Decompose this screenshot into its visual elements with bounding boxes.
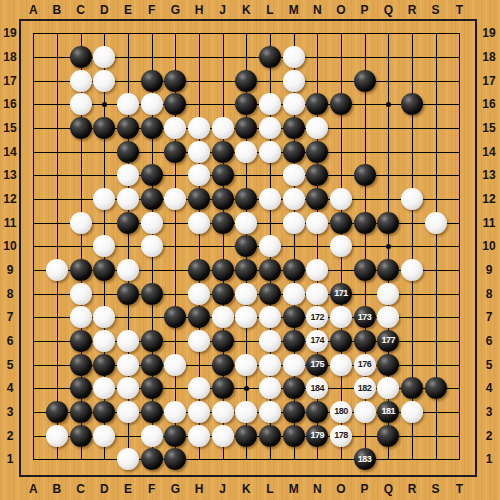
coord-label-right-10: 10	[482, 240, 495, 252]
coord-label-bottom-G: G	[171, 483, 180, 495]
black-stone-O6	[330, 330, 352, 352]
coord-label-top-G: G	[171, 4, 180, 16]
black-stone-H9	[188, 259, 210, 281]
coord-label-bottom-K: K	[242, 483, 251, 495]
white-stone-O5	[330, 354, 352, 376]
white-stone-Q8	[377, 283, 399, 305]
white-stone-M18	[283, 46, 305, 68]
black-stone-F17	[141, 70, 163, 92]
coord-label-bottom-E: E	[124, 483, 132, 495]
black-stone-J12	[212, 188, 234, 210]
move-number-181: 181	[382, 407, 396, 416]
white-stone-M5	[283, 354, 305, 376]
black-stone-N14	[306, 141, 328, 163]
black-stone-J14	[212, 141, 234, 163]
coord-label-right-12: 12	[482, 193, 495, 205]
black-stone-J4	[212, 377, 234, 399]
white-stone-F11	[141, 212, 163, 234]
black-stone-J5	[212, 354, 234, 376]
white-stone-F10	[141, 235, 163, 257]
black-stone-O8: 171	[330, 283, 352, 305]
white-stone-P5: 176	[354, 354, 376, 376]
white-stone-N11	[306, 212, 328, 234]
white-stone-S11	[425, 212, 447, 234]
white-stone-J3	[212, 401, 234, 423]
white-stone-C8	[70, 283, 92, 305]
black-stone-E11	[117, 212, 139, 234]
grid-line-h	[33, 459, 460, 460]
coord-label-top-B: B	[53, 4, 62, 16]
coord-label-right-15: 15	[482, 122, 495, 134]
coord-label-bottom-O: O	[336, 483, 345, 495]
white-stone-L6	[259, 330, 281, 352]
move-number-172: 172	[311, 313, 325, 322]
coord-label-right-17: 17	[482, 75, 495, 87]
black-stone-F5	[141, 354, 163, 376]
coord-label-left-13: 13	[3, 169, 16, 181]
white-stone-L15	[259, 117, 281, 139]
black-stone-P1: 183	[354, 448, 376, 470]
grid-line-v	[459, 33, 460, 460]
coord-label-bottom-H: H	[195, 483, 204, 495]
coord-label-top-L: L	[266, 4, 273, 16]
white-stone-F2	[141, 425, 163, 447]
black-stone-P9	[354, 259, 376, 281]
white-stone-E9	[117, 259, 139, 281]
white-stone-F16	[141, 93, 163, 115]
black-stone-P7: 173	[354, 306, 376, 328]
coord-label-right-3: 3	[486, 406, 493, 418]
move-number-175: 175	[311, 360, 325, 369]
coord-label-top-M: M	[289, 4, 299, 16]
white-stone-C17	[70, 70, 92, 92]
black-stone-C6	[70, 330, 92, 352]
white-stone-M17	[283, 70, 305, 92]
coord-label-top-J: J	[219, 4, 226, 16]
black-stone-N2: 179	[306, 425, 328, 447]
coord-label-bottom-Q: Q	[384, 483, 393, 495]
coord-label-right-1: 1	[486, 453, 493, 465]
coord-label-right-16: 16	[482, 98, 495, 110]
white-stone-H15	[188, 117, 210, 139]
move-number-176: 176	[358, 360, 372, 369]
black-stone-Q2	[377, 425, 399, 447]
coord-label-left-2: 2	[7, 430, 14, 442]
black-stone-G14	[164, 141, 186, 163]
coord-label-top-A: A	[29, 4, 38, 16]
coord-label-bottom-C: C	[76, 483, 85, 495]
black-stone-F1	[141, 448, 163, 470]
coord-label-right-13: 13	[482, 169, 495, 181]
black-stone-E14	[117, 141, 139, 163]
black-stone-M15	[283, 117, 305, 139]
coord-label-top-C: C	[76, 4, 85, 16]
coord-label-top-E: E	[124, 4, 132, 16]
white-stone-E5	[117, 354, 139, 376]
white-stone-H3	[188, 401, 210, 423]
black-stone-E8	[117, 283, 139, 305]
coord-label-left-19: 19	[3, 27, 16, 39]
black-stone-Q11	[377, 212, 399, 234]
black-stone-F3	[141, 401, 163, 423]
black-stone-G17	[164, 70, 186, 92]
white-stone-N8	[306, 283, 328, 305]
white-stone-R3	[401, 401, 423, 423]
black-stone-L18	[259, 46, 281, 68]
coord-label-bottom-T: T	[456, 483, 463, 495]
coord-label-top-F: F	[148, 4, 155, 16]
move-number-183: 183	[358, 455, 372, 464]
black-stone-G2	[164, 425, 186, 447]
black-stone-M7	[283, 306, 305, 328]
black-stone-P17	[354, 70, 376, 92]
coord-label-top-Q: Q	[384, 4, 393, 16]
black-stone-C5	[70, 354, 92, 376]
coord-label-top-P: P	[361, 4, 369, 16]
white-stone-D17	[93, 70, 115, 92]
white-stone-L12	[259, 188, 281, 210]
move-number-180: 180	[334, 407, 348, 416]
black-stone-C4	[70, 377, 92, 399]
move-number-184: 184	[311, 384, 325, 393]
black-stone-K17	[235, 70, 257, 92]
white-stone-J2	[212, 425, 234, 447]
black-stone-C3	[70, 401, 92, 423]
coord-label-left-11: 11	[4, 217, 17, 229]
white-stone-H8	[188, 283, 210, 305]
move-number-182: 182	[358, 384, 372, 393]
black-stone-P11	[354, 212, 376, 234]
black-stone-J9	[212, 259, 234, 281]
white-stone-M16	[283, 93, 305, 115]
black-stone-N5: 175	[306, 354, 328, 376]
coord-label-bottom-M: M	[289, 483, 299, 495]
coord-label-left-5: 5	[7, 359, 14, 371]
coord-label-right-7: 7	[486, 311, 493, 323]
black-stone-L9	[259, 259, 281, 281]
coord-label-top-N: N	[313, 4, 322, 16]
black-stone-F4	[141, 377, 163, 399]
white-stone-M12	[283, 188, 305, 210]
white-stone-O2: 178	[330, 425, 352, 447]
black-stone-L8	[259, 283, 281, 305]
white-stone-H14	[188, 141, 210, 163]
black-stone-F13	[141, 164, 163, 186]
black-stone-J13	[212, 164, 234, 186]
coord-label-left-6: 6	[7, 335, 14, 347]
black-stone-M2	[283, 425, 305, 447]
black-stone-F6	[141, 330, 163, 352]
coord-label-right-6: 6	[486, 335, 493, 347]
move-number-179: 179	[311, 431, 325, 440]
white-stone-H6	[188, 330, 210, 352]
white-stone-R12	[401, 188, 423, 210]
white-stone-C7	[70, 306, 92, 328]
black-stone-P6	[354, 330, 376, 352]
white-stone-K8	[235, 283, 257, 305]
black-stone-M14	[283, 141, 305, 163]
black-stone-M3	[283, 401, 305, 423]
coord-label-left-17: 17	[3, 75, 16, 87]
black-stone-Q5	[377, 354, 399, 376]
white-stone-J15	[212, 117, 234, 139]
move-number-173: 173	[358, 313, 372, 322]
coord-label-bottom-S: S	[432, 483, 440, 495]
coord-label-bottom-F: F	[148, 483, 155, 495]
black-stone-M6	[283, 330, 305, 352]
black-stone-M9	[283, 259, 305, 281]
coord-label-left-7: 7	[7, 311, 14, 323]
coord-label-bottom-J: J	[219, 483, 226, 495]
coord-label-right-18: 18	[482, 51, 495, 63]
move-number-177: 177	[382, 336, 396, 345]
coord-label-top-R: R	[408, 4, 417, 16]
coord-label-left-10: 10	[3, 240, 16, 252]
white-stone-M11	[283, 212, 305, 234]
coord-label-top-K: K	[242, 4, 251, 16]
black-stone-F8	[141, 283, 163, 305]
white-stone-K5	[235, 354, 257, 376]
coord-label-left-12: 12	[3, 193, 16, 205]
white-stone-M8	[283, 283, 305, 305]
black-stone-F12	[141, 188, 163, 210]
white-stone-P3	[354, 401, 376, 423]
coord-label-left-1: 1	[7, 453, 14, 465]
white-stone-O12	[330, 188, 352, 210]
coord-label-left-18: 18	[3, 51, 16, 63]
black-stone-J6	[212, 330, 234, 352]
coord-label-bottom-D: D	[100, 483, 109, 495]
coord-label-bottom-N: N	[313, 483, 322, 495]
white-stone-H11	[188, 212, 210, 234]
black-stone-C2	[70, 425, 92, 447]
white-stone-E6	[117, 330, 139, 352]
white-stone-D2	[93, 425, 115, 447]
coord-label-left-15: 15	[3, 122, 16, 134]
black-stone-H12	[188, 188, 210, 210]
coord-label-top-O: O	[336, 4, 345, 16]
white-stone-G5	[164, 354, 186, 376]
black-stone-S4	[425, 377, 447, 399]
coord-label-left-4: 4	[7, 382, 14, 394]
black-stone-P13	[354, 164, 376, 186]
white-stone-M13	[283, 164, 305, 186]
white-stone-E3	[117, 401, 139, 423]
black-stone-L2	[259, 425, 281, 447]
coord-label-right-14: 14	[482, 146, 495, 158]
white-stone-E12	[117, 188, 139, 210]
white-stone-R9	[401, 259, 423, 281]
black-stone-J11	[212, 212, 234, 234]
white-stone-O3: 180	[330, 401, 352, 423]
coord-label-right-5: 5	[486, 359, 493, 371]
coord-label-top-H: H	[195, 4, 204, 16]
white-stone-L5	[259, 354, 281, 376]
black-stone-C9	[70, 259, 92, 281]
coord-label-bottom-A: A	[29, 483, 38, 495]
black-stone-D5	[93, 354, 115, 376]
coord-label-bottom-P: P	[361, 483, 369, 495]
coord-label-top-S: S	[432, 4, 440, 16]
coord-label-right-9: 9	[486, 264, 493, 276]
black-stone-M4	[283, 377, 305, 399]
coord-label-right-8: 8	[486, 288, 493, 300]
coord-label-left-9: 9	[7, 264, 14, 276]
black-stone-K2	[235, 425, 257, 447]
coord-label-top-D: D	[100, 4, 109, 16]
white-stone-L14	[259, 141, 281, 163]
white-stone-K11	[235, 212, 257, 234]
coord-label-bottom-B: B	[53, 483, 62, 495]
coord-label-right-2: 2	[486, 430, 493, 442]
go-board: AA1919BB1818CC1717DD1616EE1515FF1414GG13…	[0, 0, 500, 500]
black-stone-C15	[70, 117, 92, 139]
white-stone-C16	[70, 93, 92, 115]
white-stone-P4: 182	[354, 377, 376, 399]
coord-label-top-T: T	[456, 4, 463, 16]
coord-label-left-16: 16	[3, 98, 16, 110]
black-stone-J8	[212, 283, 234, 305]
white-stone-B2	[46, 425, 68, 447]
white-stone-H2	[188, 425, 210, 447]
coord-label-bottom-L: L	[266, 483, 273, 495]
white-stone-L3	[259, 401, 281, 423]
black-stone-F15	[141, 117, 163, 139]
coord-label-right-19: 19	[482, 27, 495, 39]
coord-label-right-11: 11	[483, 217, 496, 229]
move-number-174: 174	[311, 336, 325, 345]
move-number-178: 178	[334, 431, 348, 440]
coord-label-bottom-R: R	[408, 483, 417, 495]
black-stone-C18	[70, 46, 92, 68]
coord-label-right-4: 4	[486, 382, 493, 394]
white-stone-C11	[70, 212, 92, 234]
black-stone-B3	[46, 401, 68, 423]
coord-label-left-8: 8	[7, 288, 14, 300]
coord-label-left-3: 3	[7, 406, 14, 418]
black-stone-O11	[330, 212, 352, 234]
black-stone-E15	[117, 117, 139, 139]
coord-label-left-14: 14	[3, 146, 16, 158]
move-number-171: 171	[334, 289, 348, 298]
white-stone-K14	[235, 141, 257, 163]
white-stone-J7	[212, 306, 234, 328]
white-stone-B9	[46, 259, 68, 281]
